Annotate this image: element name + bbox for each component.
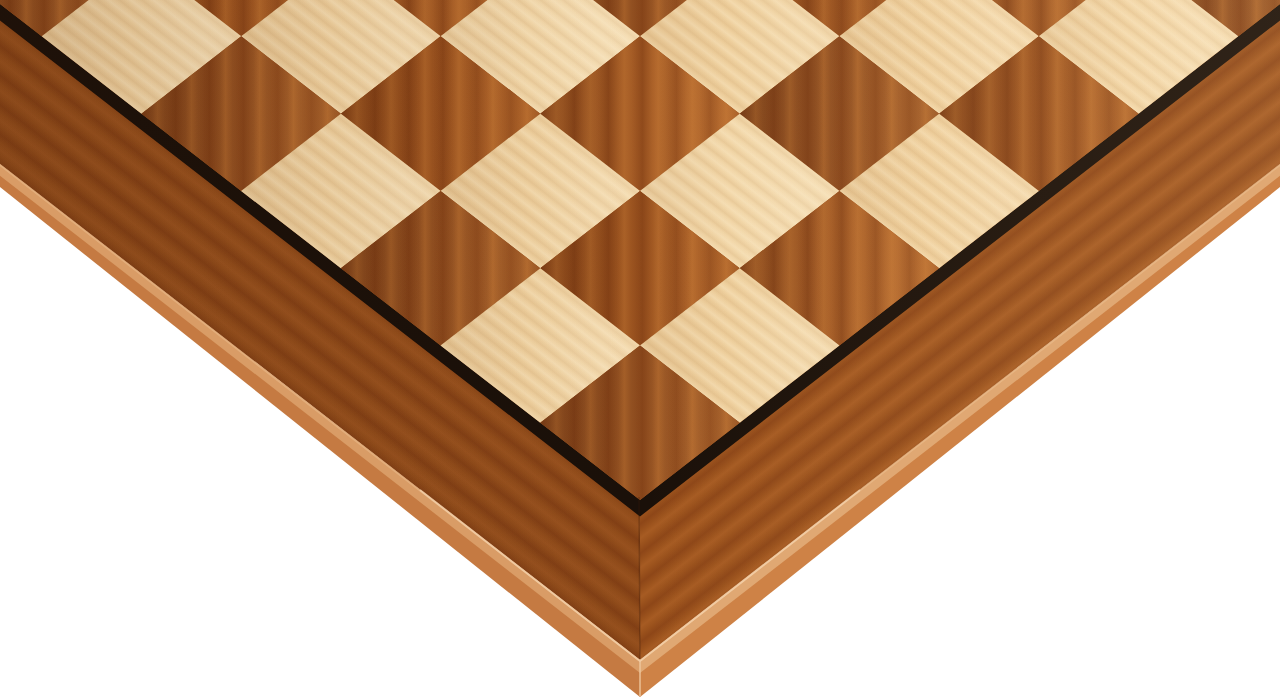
photo-background: Close-up corner view of an empty wooden … bbox=[0, 0, 1280, 700]
chess-board bbox=[0, 0, 1280, 660]
